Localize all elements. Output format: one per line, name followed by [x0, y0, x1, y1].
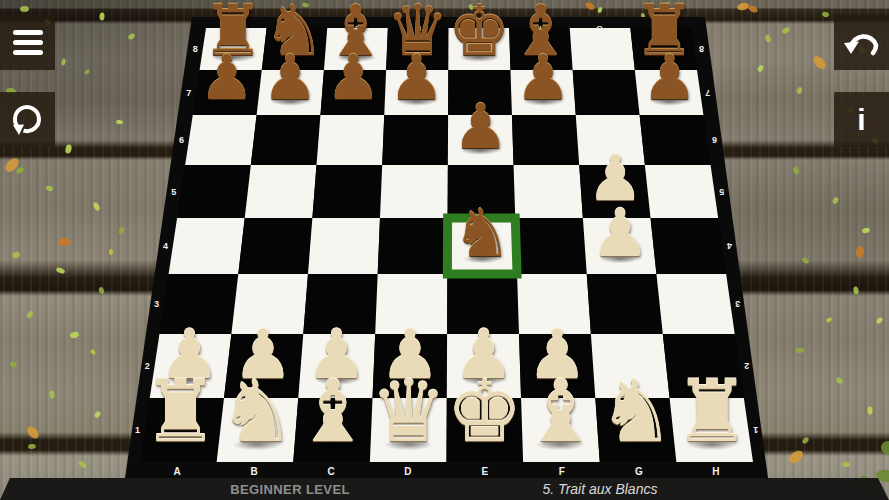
square-a4[interactable] — [169, 218, 245, 274]
square-b6[interactable] — [251, 115, 321, 165]
piece-black-pawn-d7[interactable]: ♟ — [389, 47, 445, 109]
piece-white-bishop-c1[interactable]: ♝ — [294, 368, 371, 454]
piece-white-rook-a1[interactable]: ♜ — [142, 368, 219, 454]
rank-label-left-5: 5 — [171, 187, 176, 197]
square-d6[interactable] — [382, 115, 448, 165]
square-c4[interactable] — [308, 218, 380, 274]
status-bar: BEGINNER LEVEL 5. Trait aux Blancs — [0, 478, 889, 500]
undo-arrow-icon — [842, 22, 882, 62]
piece-black-pawn-c7[interactable]: ♟ — [325, 47, 381, 109]
square-h5[interactable] — [645, 165, 718, 218]
file-label-top-G: G — [596, 24, 602, 33]
rank-label-left-7: 7 — [186, 88, 191, 98]
piece-black-pawn-h7[interactable]: ♟ — [642, 47, 698, 109]
hamburger-icon — [13, 30, 43, 35]
square-c6[interactable] — [317, 115, 385, 165]
piece-black-king-e8[interactable]: ♚ — [448, 0, 511, 66]
piece-black-pawn-b7[interactable]: ♟ — [262, 47, 318, 109]
rank-label-right-6: 6 — [712, 135, 717, 145]
difficulty-level-label: BEGINNER LEVEL — [170, 478, 410, 500]
file-label-bottom-B: B — [250, 466, 257, 477]
square-c5[interactable] — [312, 165, 382, 218]
square-g3[interactable] — [587, 274, 663, 334]
file-label-bottom-A: A — [174, 466, 181, 477]
piece-black-pawn-e6[interactable]: ♟ — [453, 96, 509, 158]
square-b5[interactable] — [245, 165, 317, 218]
rotate-board-button[interactable] — [0, 92, 55, 147]
piece-white-queen-d1[interactable]: ♛ — [370, 368, 447, 454]
square-f5[interactable] — [514, 165, 583, 218]
piece-white-knight-g1[interactable]: ♞ — [598, 368, 675, 454]
file-label-bottom-E: E — [482, 466, 489, 477]
square-f6[interactable] — [512, 115, 579, 165]
file-label-bottom-G: G — [635, 466, 643, 477]
square-g7[interactable] — [573, 70, 640, 115]
info-icon: i — [857, 105, 865, 135]
square-h6[interactable] — [640, 115, 711, 165]
square-f4[interactable] — [515, 218, 587, 274]
file-label-bottom-F: F — [559, 466, 565, 477]
rank-label-left-1: 1 — [135, 425, 140, 435]
piece-black-knight-e4[interactable]: ♞ — [452, 200, 511, 266]
square-g8[interactable] — [570, 28, 635, 70]
piece-white-king-e1[interactable]: ♚ — [446, 368, 523, 454]
square-b4[interactable] — [238, 218, 312, 274]
rank-label-right-1: 1 — [753, 425, 758, 435]
square-h3[interactable] — [656, 274, 734, 334]
rank-label-right-7: 7 — [705, 88, 710, 98]
rank-label-right-3: 3 — [735, 299, 740, 309]
rank-label-left-3: 3 — [154, 299, 159, 309]
info-button[interactable]: i — [834, 92, 889, 147]
piece-black-pawn-f7[interactable]: ♟ — [515, 47, 571, 109]
undo-button[interactable] — [834, 14, 889, 70]
square-d5[interactable] — [380, 165, 448, 218]
piece-white-pawn-g4[interactable]: ♟ — [590, 200, 649, 266]
rank-label-right-4: 4 — [727, 241, 732, 251]
piece-white-bishop-f1[interactable]: ♝ — [522, 368, 599, 454]
rank-label-right-5: 5 — [719, 187, 724, 197]
square-d4[interactable] — [378, 218, 448, 274]
rank-label-left-6: 6 — [179, 135, 184, 145]
file-label-bottom-C: C — [327, 466, 334, 477]
rank-label-right-8: 8 — [699, 44, 704, 54]
piece-white-rook-h1[interactable]: ♜ — [674, 368, 751, 454]
square-a6[interactable] — [185, 115, 256, 165]
file-label-bottom-H: H — [712, 466, 719, 477]
move-turn-label: 5. Trait aux Blancs — [480, 478, 720, 500]
rank-label-left-8: 8 — [193, 44, 198, 54]
file-label-bottom-D: D — [404, 466, 411, 477]
menu-button[interactable] — [0, 14, 55, 70]
rotate-icon — [10, 102, 46, 138]
piece-black-pawn-a7[interactable]: ♟ — [199, 47, 255, 109]
piece-white-knight-b1[interactable]: ♞ — [218, 368, 295, 454]
square-a5[interactable] — [177, 165, 251, 218]
rank-label-left-4: 4 — [163, 241, 168, 251]
square-h4[interactable] — [651, 218, 727, 274]
